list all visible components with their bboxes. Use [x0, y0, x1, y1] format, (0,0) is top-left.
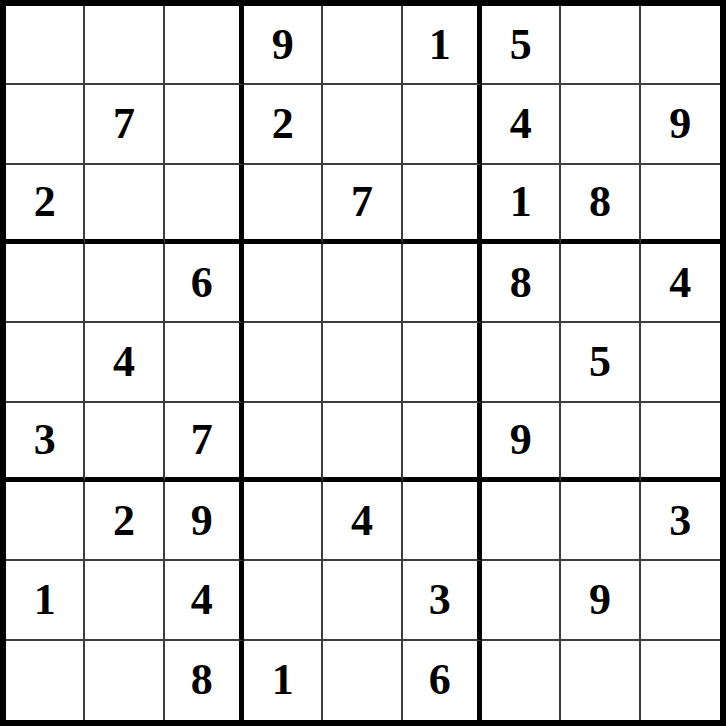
cell-r4c3-given: 6 [165, 244, 244, 323]
cell-r8c1-given: 1 [6, 561, 85, 640]
cell-r6c2-empty[interactable] [85, 403, 164, 482]
cell-r9c6-given: 6 [403, 641, 482, 720]
cell-r5c8-given: 5 [561, 323, 640, 402]
cell-r5c3-empty[interactable] [165, 323, 244, 402]
cell-r1c6-given: 1 [403, 6, 482, 85]
cell-r4c4-empty[interactable] [244, 244, 323, 323]
cell-r1c8-empty[interactable] [561, 6, 640, 85]
cell-r8c3-given: 4 [165, 561, 244, 640]
cell-r8c9-empty[interactable] [641, 561, 720, 640]
cell-r8c5-empty[interactable] [323, 561, 402, 640]
cell-r6c3-given: 7 [165, 403, 244, 482]
cell-r3c9-empty[interactable] [641, 165, 720, 244]
cell-r5c7-empty[interactable] [482, 323, 561, 402]
cell-r3c6-empty[interactable] [403, 165, 482, 244]
cell-r8c6-given: 3 [403, 561, 482, 640]
cell-r6c9-empty[interactable] [641, 403, 720, 482]
cell-r6c4-empty[interactable] [244, 403, 323, 482]
cell-r9c8-empty[interactable] [561, 641, 640, 720]
cell-r1c7-given: 5 [482, 6, 561, 85]
cell-r7c6-empty[interactable] [403, 482, 482, 561]
cell-r9c1-empty[interactable] [6, 641, 85, 720]
cell-r4c5-empty[interactable] [323, 244, 402, 323]
cell-r5c6-empty[interactable] [403, 323, 482, 402]
cell-r6c1-given: 3 [6, 403, 85, 482]
cell-r6c7-given: 9 [482, 403, 561, 482]
cell-r9c5-empty[interactable] [323, 641, 402, 720]
cell-r7c8-empty[interactable] [561, 482, 640, 561]
cell-r3c3-empty[interactable] [165, 165, 244, 244]
cell-r9c7-empty[interactable] [482, 641, 561, 720]
cell-r1c9-empty[interactable] [641, 6, 720, 85]
cell-r7c1-empty[interactable] [6, 482, 85, 561]
cell-r3c4-empty[interactable] [244, 165, 323, 244]
cell-r8c4-empty[interactable] [244, 561, 323, 640]
cell-r3c5-given: 7 [323, 165, 402, 244]
cell-r7c5-given: 4 [323, 482, 402, 561]
cell-r2c9-given: 9 [641, 85, 720, 164]
cell-r1c2-empty[interactable] [85, 6, 164, 85]
cell-r5c5-empty[interactable] [323, 323, 402, 402]
cell-r3c2-empty[interactable] [85, 165, 164, 244]
cell-r7c3-given: 9 [165, 482, 244, 561]
cell-r8c2-empty[interactable] [85, 561, 164, 640]
cell-r3c7-given: 1 [482, 165, 561, 244]
cell-r1c3-empty[interactable] [165, 6, 244, 85]
cell-r4c1-empty[interactable] [6, 244, 85, 323]
cell-r4c9-given: 4 [641, 244, 720, 323]
cell-r8c8-given: 9 [561, 561, 640, 640]
cell-r2c6-empty[interactable] [403, 85, 482, 164]
cell-r1c4-given: 9 [244, 6, 323, 85]
cell-r4c8-empty[interactable] [561, 244, 640, 323]
cell-r1c1-empty[interactable] [6, 6, 85, 85]
cell-r2c4-given: 2 [244, 85, 323, 164]
cell-r7c2-given: 2 [85, 482, 164, 561]
cell-r2c1-empty[interactable] [6, 85, 85, 164]
cell-r4c2-empty[interactable] [85, 244, 164, 323]
cell-r2c2-given: 7 [85, 85, 164, 164]
cell-r2c7-given: 4 [482, 85, 561, 164]
cell-r5c2-given: 4 [85, 323, 164, 402]
cell-r7c9-given: 3 [641, 482, 720, 561]
cell-r8c7-empty[interactable] [482, 561, 561, 640]
cell-r6c5-empty[interactable] [323, 403, 402, 482]
cell-r5c9-empty[interactable] [641, 323, 720, 402]
cell-r3c1-given: 2 [6, 165, 85, 244]
cell-r2c8-empty[interactable] [561, 85, 640, 164]
cell-r9c9-empty[interactable] [641, 641, 720, 720]
cell-r2c3-empty[interactable] [165, 85, 244, 164]
cell-r4c7-given: 8 [482, 244, 561, 323]
cell-r6c6-empty[interactable] [403, 403, 482, 482]
cell-r9c3-given: 8 [165, 641, 244, 720]
cell-r7c7-empty[interactable] [482, 482, 561, 561]
cell-r1c5-empty[interactable] [323, 6, 402, 85]
cell-r7c4-empty[interactable] [244, 482, 323, 561]
cell-r5c4-empty[interactable] [244, 323, 323, 402]
cell-r3c8-given: 8 [561, 165, 640, 244]
cell-r4c6-empty[interactable] [403, 244, 482, 323]
sudoku-board: 915724927186844537929431439816 [0, 0, 726, 726]
cell-r9c2-empty[interactable] [85, 641, 164, 720]
cell-r5c1-empty[interactable] [6, 323, 85, 402]
cell-r2c5-empty[interactable] [323, 85, 402, 164]
cell-r9c4-given: 1 [244, 641, 323, 720]
cell-r6c8-empty[interactable] [561, 403, 640, 482]
